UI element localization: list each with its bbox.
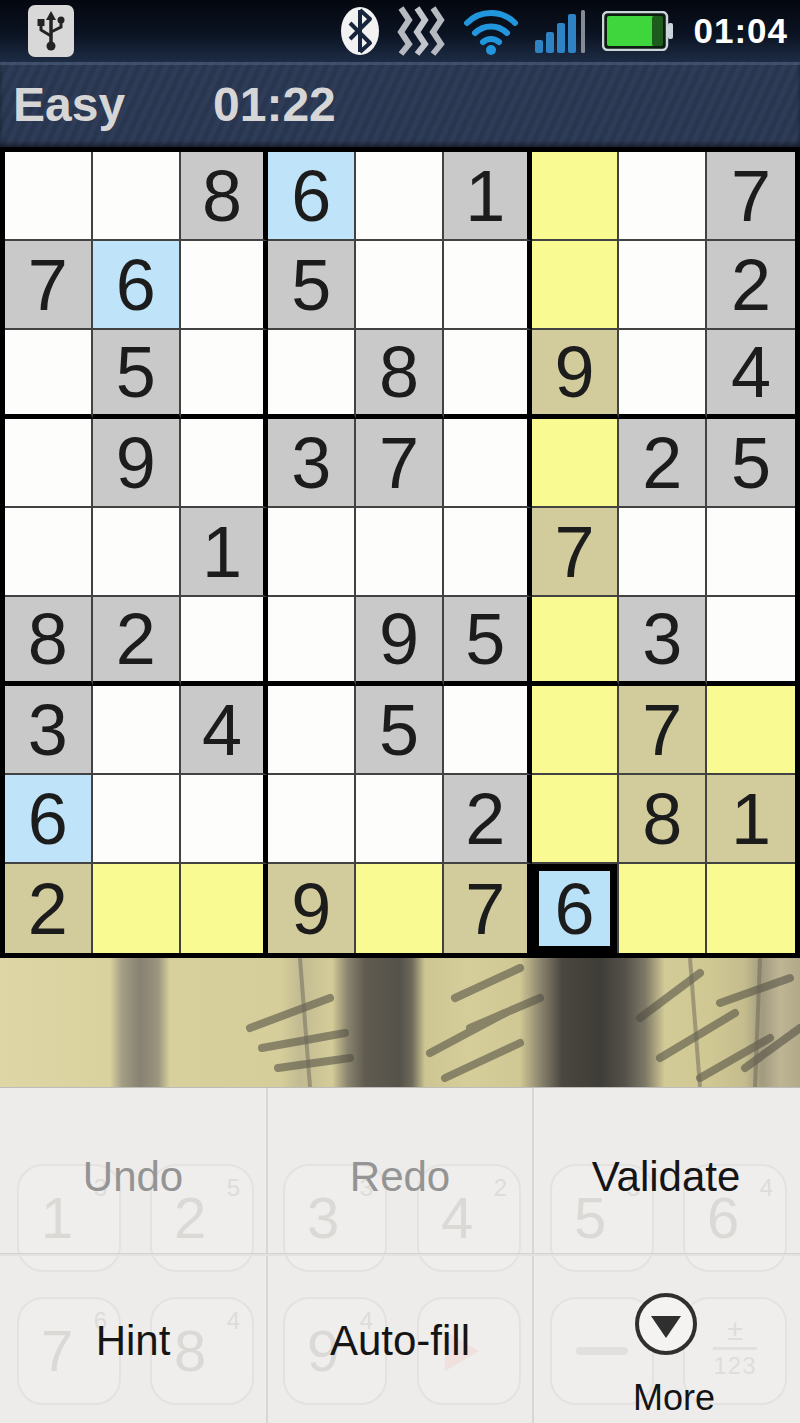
autofill-button[interactable]: Auto-fill [330, 1317, 470, 1365]
sudoku-board: 861776525894937251782953345762812976 [0, 147, 800, 958]
cell-r7c5[interactable]: 5 [356, 686, 444, 775]
cell-r2c5[interactable] [356, 241, 444, 330]
cell-r5c8[interactable] [619, 508, 707, 597]
cell-r2c6[interactable] [444, 241, 532, 330]
cell-r9c1[interactable]: 2 [5, 864, 93, 953]
cell-r7c2[interactable] [93, 686, 181, 775]
status-clock: 01:04 [693, 11, 788, 51]
cell-r8c8[interactable]: 8 [619, 775, 707, 864]
button-panel: 132533425564768494±123 Undo Redo Validat… [0, 1087, 800, 1423]
cell-r5c5[interactable] [356, 508, 444, 597]
cell-r4c6[interactable] [444, 419, 532, 508]
cell-r7c4[interactable] [268, 686, 356, 775]
cell-r2c3[interactable] [181, 241, 269, 330]
bluetooth-icon [340, 6, 380, 56]
cell-r6c2[interactable]: 2 [93, 597, 181, 686]
cell-r9c3[interactable] [181, 864, 269, 953]
cell-r7c3[interactable]: 4 [181, 686, 269, 775]
bamboo-background [0, 958, 800, 1087]
cell-r5c7[interactable]: 7 [532, 508, 620, 597]
cell-r7c8[interactable]: 7 [619, 686, 707, 775]
redo-button[interactable]: Redo [350, 1153, 450, 1201]
cell-r8c6[interactable]: 2 [444, 775, 532, 864]
cell-r7c6[interactable] [444, 686, 532, 775]
cell-r9c8[interactable] [619, 864, 707, 953]
cell-r8c2[interactable] [93, 775, 181, 864]
vibrate-icon [395, 6, 447, 56]
status-bar: 01:04 [0, 0, 800, 62]
cell-r9c7[interactable]: 6 [532, 864, 620, 953]
cell-r8c3[interactable] [181, 775, 269, 864]
cell-r1c4[interactable]: 6 [268, 152, 356, 241]
cell-r3c1[interactable] [5, 330, 93, 419]
cell-r3c5[interactable]: 8 [356, 330, 444, 419]
cell-r4c8[interactable]: 2 [619, 419, 707, 508]
cell-r9c9[interactable] [707, 864, 795, 953]
cell-r4c2[interactable]: 9 [93, 419, 181, 508]
cell-r6c1[interactable]: 8 [5, 597, 93, 686]
cell-r2c7[interactable] [532, 241, 620, 330]
cell-r4c7[interactable] [532, 419, 620, 508]
panel-divider [0, 1253, 800, 1256]
cell-r1c9[interactable]: 7 [707, 152, 795, 241]
cell-r6c3[interactable] [181, 597, 269, 686]
cell-r1c5[interactable] [356, 152, 444, 241]
battery-icon [602, 11, 674, 51]
cell-r3c7[interactable]: 9 [532, 330, 620, 419]
cell-r5c2[interactable] [93, 508, 181, 597]
validate-button[interactable]: Validate [592, 1153, 741, 1201]
wifi-icon [462, 7, 520, 55]
cell-r7c9[interactable] [707, 686, 795, 775]
cell-r6c6[interactable]: 5 [444, 597, 532, 686]
signal-icon [535, 8, 587, 54]
cell-r9c5[interactable] [356, 864, 444, 953]
cell-r3c2[interactable]: 5 [93, 330, 181, 419]
cell-r8c5[interactable] [356, 775, 444, 864]
chevron-down-icon [635, 1293, 697, 1355]
undo-button[interactable]: Undo [83, 1153, 183, 1201]
cell-r2c2[interactable]: 6 [93, 241, 181, 330]
cell-r9c2[interactable] [93, 864, 181, 953]
cell-r1c2[interactable] [93, 152, 181, 241]
cell-r1c7[interactable] [532, 152, 620, 241]
cell-r3c8[interactable] [619, 330, 707, 419]
cell-r8c9[interactable]: 1 [707, 775, 795, 864]
cell-r6c5[interactable]: 9 [356, 597, 444, 686]
usb-icon [28, 5, 74, 57]
cell-r8c7[interactable] [532, 775, 620, 864]
cell-r2c9[interactable]: 2 [707, 241, 795, 330]
more-button-label: More [633, 1377, 699, 1419]
cell-r9c6[interactable]: 7 [444, 864, 532, 953]
cell-r1c6[interactable]: 1 [444, 152, 532, 241]
game-timer: 01:22 [213, 77, 336, 132]
cell-r3c9[interactable]: 4 [707, 330, 795, 419]
cell-r5c3[interactable]: 1 [181, 508, 269, 597]
more-button[interactable]: More [633, 1293, 699, 1419]
cell-r6c8[interactable]: 3 [619, 597, 707, 686]
cell-r2c4[interactable]: 5 [268, 241, 356, 330]
difficulty-label: Easy [13, 77, 213, 132]
cell-r4c5[interactable]: 7 [356, 419, 444, 508]
sudoku-app: 01:04 Easy 01:22 86177652589493725178295… [0, 0, 800, 1423]
cell-r2c8[interactable] [619, 241, 707, 330]
cell-r3c4[interactable] [268, 330, 356, 419]
cell-r4c4[interactable]: 3 [268, 419, 356, 508]
cell-r8c1[interactable]: 6 [5, 775, 93, 864]
cell-r1c3[interactable]: 8 [181, 152, 269, 241]
cell-r3c3[interactable] [181, 330, 269, 419]
hint-button[interactable]: Hint [96, 1317, 171, 1365]
cell-r5c4[interactable] [268, 508, 356, 597]
cell-r6c7[interactable] [532, 597, 620, 686]
cell-r5c6[interactable] [444, 508, 532, 597]
cell-r1c8[interactable] [619, 152, 707, 241]
cell-r6c9[interactable] [707, 597, 795, 686]
cell-r8c4[interactable] [268, 775, 356, 864]
game-header: Easy 01:22 [0, 62, 800, 147]
cell-r9c4[interactable]: 9 [268, 864, 356, 953]
cell-r4c3[interactable] [181, 419, 269, 508]
cell-r7c7[interactable] [532, 686, 620, 775]
cell-r4c1[interactable] [5, 419, 93, 508]
cell-r4c9[interactable]: 5 [707, 419, 795, 508]
cell-r3c6[interactable] [444, 330, 532, 419]
cell-r2c1[interactable]: 7 [5, 241, 93, 330]
cell-r6c4[interactable] [268, 597, 356, 686]
cell-r5c9[interactable] [707, 508, 795, 597]
cell-r1c1[interactable] [5, 152, 93, 241]
cell-r5c1[interactable] [5, 508, 93, 597]
cell-r7c1[interactable]: 3 [5, 686, 93, 775]
